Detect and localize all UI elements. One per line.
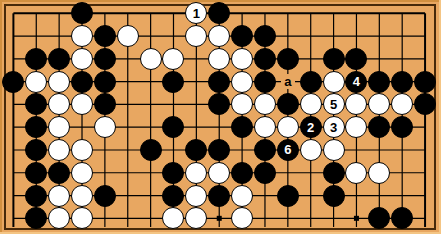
black-stone	[231, 25, 253, 47]
white-stone	[71, 48, 93, 70]
black-stone	[94, 48, 116, 70]
black-stone-6: 6	[277, 139, 299, 161]
white-stone	[25, 71, 47, 93]
black-stone	[2, 71, 24, 93]
white-stone	[231, 71, 253, 93]
white-stone	[231, 48, 253, 70]
black-stone	[25, 48, 47, 70]
black-stone	[254, 25, 276, 47]
black-stone	[323, 185, 345, 207]
black-stone	[368, 71, 390, 93]
white-stone	[300, 93, 322, 115]
black-stone	[94, 185, 116, 207]
white-stone	[277, 116, 299, 138]
black-stone	[94, 71, 116, 93]
star-point	[354, 216, 359, 221]
white-stone	[185, 185, 207, 207]
white-stone	[117, 25, 139, 47]
black-stone-2: 2	[300, 116, 322, 138]
white-stone	[71, 139, 93, 161]
black-stone	[162, 71, 184, 93]
black-stone	[71, 71, 93, 93]
black-stone	[323, 48, 345, 70]
black-stone	[140, 139, 162, 161]
white-stone	[208, 162, 230, 184]
white-stone	[94, 116, 116, 138]
black-stone	[300, 71, 322, 93]
black-stone	[208, 71, 230, 93]
black-stone	[277, 48, 299, 70]
star-point	[217, 216, 222, 221]
white-stone	[368, 162, 390, 184]
black-stone	[48, 48, 70, 70]
black-stone	[231, 162, 253, 184]
black-stone	[162, 185, 184, 207]
white-stone	[185, 162, 207, 184]
black-stone	[414, 71, 436, 93]
point-label-a: a	[281, 74, 295, 89]
black-stone	[48, 162, 70, 184]
black-stone	[391, 71, 413, 93]
black-stone	[323, 162, 345, 184]
white-stone	[323, 71, 345, 93]
black-stone	[254, 48, 276, 70]
white-stone	[231, 185, 253, 207]
white-stone	[71, 162, 93, 184]
white-stone	[48, 139, 70, 161]
black-stone	[277, 185, 299, 207]
white-stone-3: 3	[323, 116, 345, 138]
white-stone	[48, 185, 70, 207]
white-stone	[71, 185, 93, 207]
go-board: 145236a	[0, 0, 441, 234]
white-stone	[71, 25, 93, 47]
white-stone	[300, 139, 322, 161]
black-stone	[25, 185, 47, 207]
black-stone-4: 4	[345, 71, 367, 93]
black-stone	[254, 71, 276, 93]
white-stone	[208, 48, 230, 70]
white-stone-5: 5	[323, 93, 345, 115]
black-stone	[254, 139, 276, 161]
white-stone	[323, 139, 345, 161]
black-stone	[254, 162, 276, 184]
black-stone	[208, 185, 230, 207]
black-stone	[94, 25, 116, 47]
white-stone	[48, 71, 70, 93]
white-stone	[140, 48, 162, 70]
white-stone	[254, 116, 276, 138]
black-stone	[25, 162, 47, 184]
